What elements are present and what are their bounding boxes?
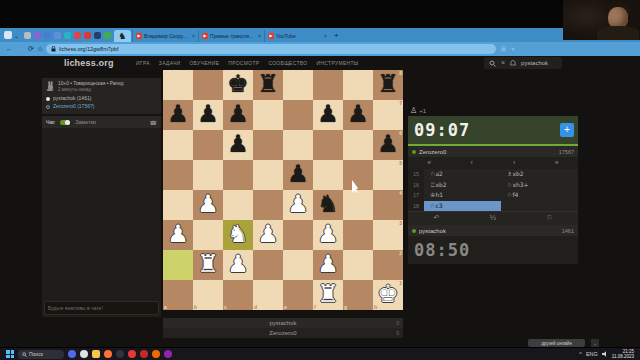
pinned-tab-favicon[interactable] <box>64 32 71 39</box>
nav-item-инструменты[interactable]: ИНСТРУМЕНТЫ <box>317 60 359 66</box>
piece-black-pawn: ♟ <box>223 100 253 130</box>
chat-placeholder: Будьте вежливы в чате! <box>48 305 103 311</box>
tab-search-chevron-icon[interactable]: ⌄ <box>14 32 19 39</box>
taskbar-app-icon[interactable] <box>80 350 88 358</box>
square-b8[interactable] <box>193 70 223 100</box>
tab-chat[interactable]: Чат <box>46 119 55 125</box>
chat-input[interactable]: Будьте вежливы в чате! <box>44 301 159 315</box>
file-coordinate: b <box>194 304 197 310</box>
user-box: × pystachok <box>484 57 562 69</box>
piece-black-pawn: ♟ <box>193 100 223 130</box>
crosstable-score: 0 <box>396 330 399 336</box>
move-black[interactable]: ♘xh3+ <box>501 180 578 191</box>
square-b5[interactable] <box>193 160 223 190</box>
webcam-person-torso <box>597 26 639 40</box>
crosstable-row-white[interactable]: pystachok 0 <box>163 318 403 328</box>
move-white[interactable]: ♘a2 <box>424 169 501 180</box>
square-f3[interactable]: ♟ <box>313 220 343 250</box>
chess-board: ♚♜♜8♟♟♟♟♟7♟♟6♟5♟♟♞4♟♞♟♟3♜♟♟2abcde♜fg♚h1 <box>163 70 403 310</box>
square-a7[interactable]: ♟ <box>163 100 193 130</box>
clock-top: 09:07 + <box>408 116 578 144</box>
rank-coordinate: 2 <box>399 250 402 256</box>
square-c2[interactable]: ♟ <box>223 250 253 280</box>
crosstable-score: 0 <box>396 320 399 326</box>
rapid-rabbit-icon <box>46 81 55 91</box>
square-d7[interactable] <box>253 100 283 130</box>
taskbar-app-icon[interactable] <box>68 350 76 358</box>
move-number: 15 <box>408 169 424 180</box>
square-f2[interactable]: ♟ <box>313 250 343 280</box>
square-e4[interactable]: ♟ <box>283 190 313 220</box>
square-f6[interactable] <box>313 130 343 160</box>
square-e8[interactable] <box>283 70 313 100</box>
file-coordinate: g <box>344 304 347 310</box>
crosstable-row-black[interactable]: Zerozero0 0 <box>163 328 403 338</box>
square-f1[interactable]: ♜f <box>313 280 343 310</box>
square-a3[interactable]: ♟ <box>163 220 193 250</box>
file-coordinate: h <box>374 304 377 310</box>
challenge-icon[interactable]: × <box>501 58 505 68</box>
piece-white-pawn: ♟ <box>283 190 313 220</box>
chat-box: Чат Заметки ☎ Будьте вежливы в чате! <box>42 116 161 317</box>
extensions-icon[interactable]: ▣ <box>500 44 507 54</box>
move-row: 16♖xb2♘xh3+ <box>408 180 578 191</box>
pinned-tab-favicon[interactable] <box>24 32 31 39</box>
piece-black-pawn: ♟ <box>223 130 253 160</box>
square-b4[interactable]: ♟ <box>193 190 223 220</box>
online-dot <box>412 229 416 233</box>
square-a4[interactable] <box>163 190 193 220</box>
move-white[interactable]: ♔h1 <box>424 190 501 201</box>
pinned-tab-favicon[interactable] <box>34 32 41 39</box>
square-c8[interactable]: ♚ <box>223 70 253 100</box>
piece-white-pawn: ♟ <box>223 250 253 280</box>
browser-window: ⌄ ♞ ▶Владимир Сосрунов - YouTube×▶Прямые… <box>0 28 640 347</box>
square-a6[interactable] <box>163 130 193 160</box>
taskbar-app-icon[interactable] <box>116 350 124 358</box>
taskbar-app-icon[interactable] <box>152 350 160 358</box>
rank-coordinate: 3 <box>399 220 402 226</box>
square-a2[interactable] <box>163 250 193 280</box>
square-d6[interactable] <box>253 130 283 160</box>
square-c4[interactable] <box>223 190 253 220</box>
clock-bottom: 08:50 <box>408 236 578 264</box>
tab-close-icon[interactable]: × <box>192 33 195 39</box>
player-name-top[interactable]: Zerozero0 <box>419 149 446 155</box>
speaker-icon[interactable] <box>602 351 608 357</box>
square-e1[interactable]: e <box>283 280 313 310</box>
square-a8[interactable] <box>163 70 193 100</box>
move-list: 15♘a2♗xb216♖xb2♘xh3+17♔h1♘f418♘c3 <box>408 169 578 211</box>
taskbar-app-icon[interactable] <box>104 350 112 358</box>
next-move-button[interactable]: › <box>493 157 536 169</box>
search-icon[interactable] <box>489 60 496 67</box>
crosstable-name: pystachok <box>269 320 296 326</box>
browser-tab[interactable]: ▶YouTube× <box>264 30 330 42</box>
last-move-button[interactable]: » <box>536 157 579 169</box>
browser-tab[interactable]: ▶Прямые трансляции - YouT× <box>198 30 264 42</box>
square-g4[interactable] <box>343 190 373 220</box>
square-g1[interactable]: g <box>343 280 373 310</box>
prev-move-button[interactable]: ‹ <box>451 157 494 169</box>
square-b6[interactable] <box>193 130 223 160</box>
first-move-button[interactable]: « <box>408 157 451 169</box>
rank-coordinate: 8 <box>399 70 402 76</box>
youtube-favicon-icon: ▶ <box>202 33 208 39</box>
takeback-button[interactable]: ↶ <box>408 212 465 225</box>
piece-black-pawn: ♟ <box>343 100 373 130</box>
piece-white-pawn: ♟ <box>253 220 283 250</box>
move-row: 15♘a2♗xb2 <box>408 169 578 180</box>
pinned-tab-favicon[interactable] <box>94 32 101 39</box>
square-f7[interactable]: ♟ <box>313 100 343 130</box>
piece-white-rook: ♜ <box>313 280 343 310</box>
piece-black-pawn: ♟ <box>163 100 193 130</box>
url-text: lichess.org/12gw8m7pbf <box>59 46 118 52</box>
tab-title: Прямые трансляции - YouT <box>210 33 256 39</box>
nav-item-сообщество[interactable]: СООБЩЕСТВО <box>268 60 307 66</box>
piece-white-pawn: ♟ <box>163 220 193 250</box>
square-g2[interactable] <box>343 250 373 280</box>
move-number: 17 <box>408 190 424 201</box>
new-tab-button[interactable]: + <box>334 31 339 40</box>
player-name-bottom[interactable]: pystachok <box>419 228 446 234</box>
piece-black-pawn: ♟ <box>313 100 343 130</box>
square-a5[interactable] <box>163 160 193 190</box>
piece-black-rook: ♜ <box>253 70 283 100</box>
game-panel: ♙ +1 09:07 + Zerozero0 1756? «‹›» 15♘a2♗… <box>408 106 578 264</box>
pinned-tab-favicon[interactable] <box>54 32 61 39</box>
player-row-bottom: pystachok 1461 <box>408 225 578 236</box>
square-f8[interactable] <box>313 70 343 100</box>
browser-tabs: ▶Владимир Сосрунов - YouTube×▶Прямые тра… <box>132 28 330 42</box>
rank-coordinate: 1 <box>399 280 402 286</box>
lichess-logo[interactable]: lichess.org <box>64 58 114 68</box>
pinned-tab-favicon[interactable] <box>84 32 91 39</box>
move-row: 17♔h1♘f4 <box>408 190 578 201</box>
black-player-icon <box>46 105 50 109</box>
game-time-ago: 2 минуты назад <box>58 87 123 93</box>
square-h6[interactable]: ♟6 <box>373 130 403 160</box>
home-button[interactable]: ⌂ <box>38 44 42 54</box>
username[interactable]: pystachok <box>521 60 548 66</box>
lichess-page: lichess.org ИГРАЗАДАЧИОБУЧЕНИЕПРОСМОТРСО… <box>0 56 640 347</box>
file-coordinate: a <box>164 304 167 310</box>
square-g7[interactable]: ♟ <box>343 100 373 130</box>
pinned-tabs <box>22 32 112 39</box>
game-actions: ↶ ½ ⚐ <box>408 211 578 225</box>
white-player-icon <box>46 97 50 101</box>
move-number: 16 <box>408 180 424 191</box>
nav-item-игра[interactable]: ИГРА <box>136 60 150 66</box>
rank-coordinate: 7 <box>399 100 402 106</box>
crosstable-name: Zerozero0 <box>269 330 296 336</box>
square-e3[interactable] <box>283 220 313 250</box>
search-label: Поиск <box>29 351 43 357</box>
taskbar-app-icon[interactable] <box>140 350 148 358</box>
tab-strip: ⌄ ♞ ▶Владимир Сосрунов - YouTube×▶Прямые… <box>0 28 640 42</box>
square-g8[interactable] <box>343 70 373 100</box>
search-icon <box>22 352 27 357</box>
tab-close-icon[interactable]: × <box>258 33 261 39</box>
youtube-favicon-icon: ▶ <box>136 33 142 39</box>
system-tray: ^ ENG 21:25 11.08.2023 <box>579 349 634 360</box>
square-h4[interactable]: 4 <box>373 190 403 220</box>
material-advantage: ♙ +1 <box>408 106 578 116</box>
square-a1[interactable]: a <box>163 280 193 310</box>
piece-white-rook: ♜ <box>193 250 223 280</box>
file-coordinate: d <box>254 304 257 310</box>
square-d2[interactable] <box>253 250 283 280</box>
nav-item-просмотр[interactable]: ПРОСМОТР <box>228 60 259 66</box>
file-coordinate: e <box>284 304 287 310</box>
square-e7[interactable] <box>283 100 313 130</box>
nav-item-обучение[interactable]: ОБУЧЕНИЕ <box>189 60 219 66</box>
square-c7[interactable]: ♟ <box>223 100 253 130</box>
nav-item-задачи[interactable]: ЗАДАЧИ <box>159 60 181 66</box>
resign-button[interactable]: ⚐ <box>521 212 578 225</box>
game-meta-box: 10+0 • Товарищеская • Рапид 2 минуты наз… <box>42 78 161 114</box>
lock-icon <box>51 46 56 52</box>
collapse-chevron-icon[interactable]: ⌄ <box>591 339 599 347</box>
piece-black-pawn: ♟ <box>283 160 313 190</box>
move-black[interactable] <box>501 201 578 212</box>
square-h7[interactable]: 7 <box>373 100 403 130</box>
tab-notes[interactable]: Заметки <box>75 119 96 125</box>
rank-coordinate: 6 <box>399 130 402 136</box>
piece-black-knight: ♞ <box>313 190 343 220</box>
square-e2[interactable] <box>283 250 313 280</box>
top-black-strip <box>0 0 640 28</box>
move-number: 18 <box>408 201 424 212</box>
square-e5[interactable]: ♟ <box>283 160 313 190</box>
active-tab-lichess[interactable]: ♞ <box>114 30 131 42</box>
square-d3[interactable]: ♟ <box>253 220 283 250</box>
square-d8[interactable]: ♜ <box>253 70 283 100</box>
player-row-top: Zerozero0 1756? <box>408 146 578 157</box>
move-white[interactable]: ♘c3 <box>424 201 501 212</box>
square-c6[interactable]: ♟ <box>223 130 253 160</box>
clock-top-time: 09:07 <box>408 120 470 140</box>
pawn-icon: ♙ <box>410 106 417 116</box>
draw-offer-button[interactable]: ½ <box>465 212 522 225</box>
material-value: +1 <box>419 108 426 114</box>
friends-online-box[interactable]: друзей онлайн <box>528 339 585 347</box>
square-b2[interactable]: ♜ <box>193 250 223 280</box>
file-coordinate: c <box>224 304 227 310</box>
move-white[interactable]: ♖xb2 <box>424 180 501 191</box>
phone-icon[interactable]: ☎ <box>150 119 157 126</box>
square-h5[interactable]: 5 <box>373 160 403 190</box>
square-c1[interactable]: c <box>223 280 253 310</box>
tray-date: 11.08.2023 <box>612 354 634 360</box>
square-c3[interactable]: ♞ <box>223 220 253 250</box>
square-b1[interactable]: b <box>193 280 223 310</box>
give-time-button[interactable]: + <box>560 123 574 137</box>
profile-icon[interactable]: ● <box>511 44 515 54</box>
square-h3[interactable]: 3 <box>373 220 403 250</box>
taskbar-app-icon[interactable] <box>128 350 136 358</box>
square-d4[interactable] <box>253 190 283 220</box>
pinned-tab-favicon[interactable] <box>104 32 111 39</box>
square-f5[interactable] <box>313 160 343 190</box>
windows-taskbar: Поиск ^ ENG 21:25 11.08.2023 <box>0 347 640 360</box>
tray-expand-icon[interactable]: ^ <box>579 351 582 357</box>
online-dot <box>412 150 416 154</box>
site-nav: ИГРАЗАДАЧИОБУЧЕНИЕПРОСМОТРСООБЩЕСТВОИНСТ… <box>136 60 359 66</box>
tab-close-icon[interactable]: × <box>324 33 327 39</box>
move-black[interactable]: ♘f4 <box>501 190 578 201</box>
pinned-tab-favicon[interactable] <box>44 32 51 39</box>
rank-coordinate: 4 <box>399 190 402 196</box>
chat-messages <box>42 128 161 299</box>
square-g3[interactable] <box>343 220 373 250</box>
player-rating-top: 1756? <box>559 149 574 155</box>
back-button[interactable]: ← <box>6 44 13 54</box>
square-d5[interactable] <box>253 160 283 190</box>
clock-bottom-time: 08:50 <box>408 240 470 260</box>
square-b3[interactable] <box>193 220 223 250</box>
piece-white-knight: ♞ <box>223 220 253 250</box>
square-h1[interactable]: ♚h1 <box>373 280 403 310</box>
black-player-link[interactable]: Zerozero0 (1756?) <box>53 103 94 110</box>
start-button[interactable] <box>6 350 14 358</box>
square-e6[interactable] <box>283 130 313 160</box>
chat-toggle[interactable] <box>60 120 70 125</box>
square-h2[interactable]: 2 <box>373 250 403 280</box>
tab-title: YouTube <box>276 33 322 39</box>
player-rating-bottom: 1461 <box>562 228 574 234</box>
taskbar-app-icon[interactable] <box>92 350 100 358</box>
youtube-favicon-icon: ▶ <box>268 33 274 39</box>
move-row: 18♘c3 <box>408 201 578 212</box>
tab-title: Владимир Сосрунов - YouTube <box>144 33 190 39</box>
reload-button[interactable]: ⟳ <box>28 44 34 54</box>
url-field[interactable]: lichess.org/12gw8m7pbf <box>46 44 496 54</box>
square-d1[interactable]: d <box>253 280 283 310</box>
square-g6[interactable] <box>343 130 373 160</box>
piece-white-pawn: ♟ <box>313 250 343 280</box>
taskbar-apps <box>68 350 172 358</box>
forward-button[interactable]: → <box>17 44 24 54</box>
desktop-screen: ⌄ ♞ ▶Владимир Сосрунов - YouTube×▶Прямые… <box>0 0 640 360</box>
rank-coordinate: 5 <box>399 160 402 166</box>
playback-controls: «‹›» <box>408 157 578 169</box>
bell-icon[interactable] <box>510 60 516 67</box>
file-coordinate: f <box>314 304 316 310</box>
move-black[interactable]: ♗xb2 <box>501 169 578 180</box>
square-f4[interactable]: ♞ <box>313 190 343 220</box>
square-b7[interactable]: ♟ <box>193 100 223 130</box>
chat-header: Чат Заметки ☎ <box>42 116 161 128</box>
address-bar: ← → ⟳ ⌂ lichess.org/12gw8m7pbf ▣ ● <box>0 42 640 56</box>
language-indicator[interactable]: ENG <box>586 351 598 357</box>
pinned-tab-favicon[interactable] <box>74 32 81 39</box>
taskbar-app-icon[interactable] <box>164 350 172 358</box>
taskbar-search[interactable]: Поиск <box>18 350 64 359</box>
square-c5[interactable] <box>223 160 253 190</box>
browser-tab[interactable]: ▶Владимир Сосрунов - YouTube× <box>132 30 198 42</box>
webcam-overlay <box>563 0 640 40</box>
piece-white-pawn: ♟ <box>193 190 223 220</box>
tray-clock[interactable]: 21:25 11.08.2023 <box>612 349 634 360</box>
piece-black-king: ♚ <box>223 70 253 100</box>
window-icon <box>4 31 12 39</box>
white-player-link[interactable]: pystachok (1461) <box>53 95 91 102</box>
lichess-favicon-icon: ♞ <box>118 31 126 41</box>
square-h8[interactable]: ♜8 <box>373 70 403 100</box>
square-g5[interactable] <box>343 160 373 190</box>
piece-white-pawn: ♟ <box>313 220 343 250</box>
